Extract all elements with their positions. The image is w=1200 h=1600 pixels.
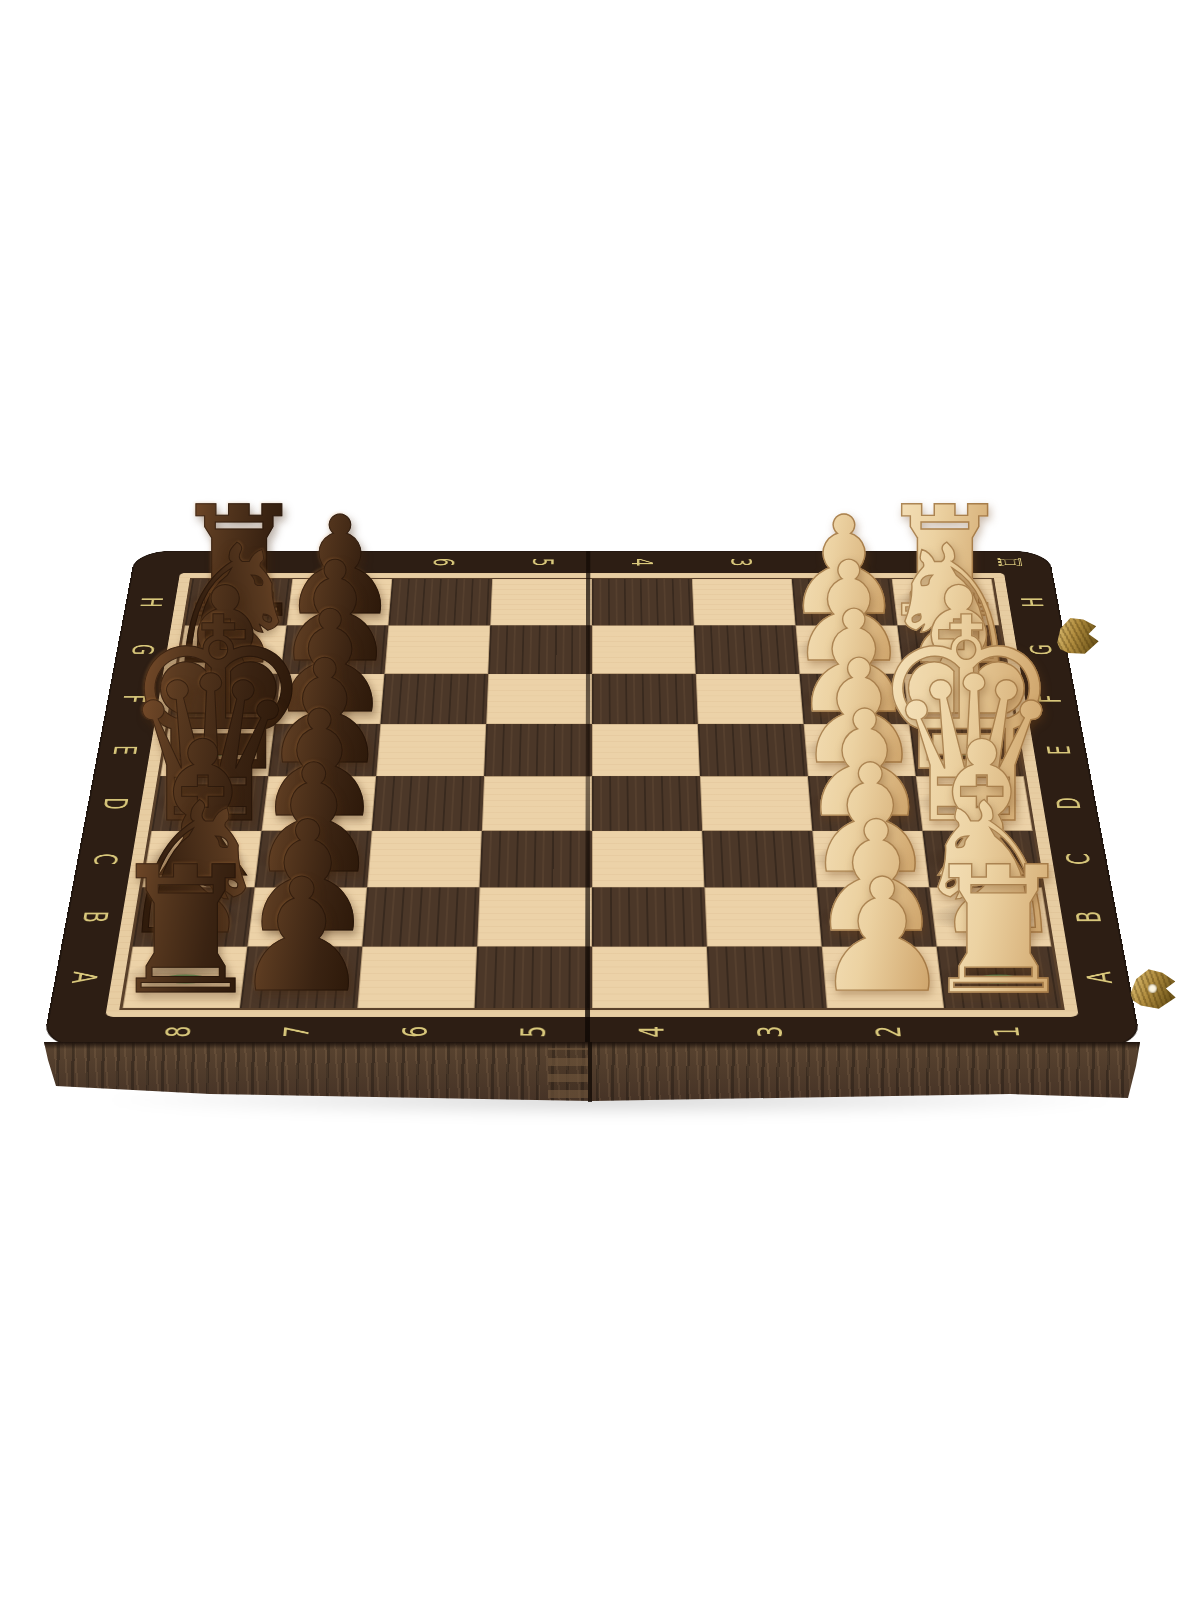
square-b6 [362,887,479,946]
square-e4 [592,724,700,776]
square-g2 [796,625,904,673]
square-f1 [903,674,1015,724]
coord-label-left-c: C [89,853,123,864]
coord-label-near-4: 4 [634,1026,668,1038]
square-g7 [281,625,389,673]
coord-label-right-c: C [1061,853,1095,864]
square-b5 [477,887,592,946]
coord-label-near-3: 3 [752,1026,787,1038]
square-f3 [696,674,804,724]
coord-label-left-h: H [136,597,167,607]
coord-label-left-b: B [78,911,113,923]
square-a8 [122,947,247,1009]
coord-label-right-g: G [1025,644,1056,655]
coord-label-left-d: D [99,797,132,809]
square-c4 [592,831,704,888]
square-g3 [694,625,800,673]
square-e2 [804,724,916,776]
square-c8 [142,831,261,888]
coord-label-left-e: E [109,745,141,754]
square-d4 [592,776,702,830]
square-a4 [592,947,709,1009]
square-f4 [592,674,698,724]
brand-rook-logo-icon: ♖ [994,556,1028,569]
square-d6 [372,776,484,830]
square-f5 [486,674,592,724]
coord-label-near-6: 6 [397,1026,432,1038]
fold-seam [585,551,590,1048]
square-g5 [488,625,592,673]
square-e5 [484,724,592,776]
square-c2 [812,831,929,888]
square-c3 [702,831,817,888]
square-d3 [700,776,812,830]
coord-label-far-4: 4 [627,558,656,566]
finger-joints [548,1048,588,1098]
coord-label-far-8: 8 [230,558,260,566]
square-e7 [268,724,380,776]
square-c1 [922,831,1041,888]
square-h6 [388,579,492,626]
square-h3 [692,579,796,626]
square-h4 [592,579,694,626]
coord-label-near-5: 5 [516,1026,550,1038]
square-g4 [592,625,696,673]
square-h7 [287,579,393,626]
coord-label-far-1: 1 [925,558,955,566]
square-d5 [482,776,592,830]
square-b2 [817,887,937,946]
square-b1 [929,887,1051,946]
square-a1 [937,947,1062,1009]
square-h1 [892,579,999,626]
coord-label-right-b: B [1071,911,1106,923]
box-side-seam [588,1042,592,1102]
square-b8 [133,887,255,946]
coord-label-near-7: 7 [279,1026,314,1038]
square-b4 [592,887,707,946]
coord-label-far-3: 3 [726,558,755,566]
board-surface: ♖ 8765432187654321HGFEDCBAHGFEDCBA [42,551,1142,1048]
coord-label-far-2: 2 [825,558,854,566]
square-f2 [800,674,910,724]
chess-set-photo: ♖ 8765432187654321HGFEDCBAHGFEDCBA ♜♟♟♜♞… [0,0,1200,1600]
square-a7 [240,947,362,1009]
coord-label-right-d: D [1052,797,1085,809]
coord-label-right-f: F [1034,695,1065,703]
square-e1 [909,724,1023,776]
chess-board: ♖ 8765432187654321HGFEDCBAHGFEDCBA [0,0,1200,1600]
square-g6 [384,625,490,673]
coord-label-left-g: G [127,644,158,655]
square-d2 [808,776,923,830]
square-e8 [160,724,274,776]
square-c5 [480,831,592,888]
square-d7 [262,776,377,830]
coord-label-far-6: 6 [429,558,458,566]
square-e6 [376,724,486,776]
square-d1 [916,776,1033,830]
coord-label-near-8: 8 [160,1026,195,1038]
coord-label-right-h: H [1017,597,1048,607]
coord-label-left-a: A [67,971,102,983]
square-a3 [707,947,827,1009]
square-c7 [255,831,372,888]
square-f6 [380,674,488,724]
square-g8 [177,625,287,673]
coord-label-near-2: 2 [870,1026,905,1038]
square-a5 [475,947,592,1009]
square-b7 [247,887,367,946]
square-h8 [185,579,292,626]
square-a6 [357,947,477,1009]
squares-grid [119,578,1064,1010]
square-b3 [704,887,821,946]
coord-label-far-5: 5 [528,558,557,566]
square-a2 [822,947,944,1009]
square-f7 [275,674,385,724]
square-g1 [897,625,1007,673]
coord-label-right-a: A [1082,971,1117,983]
coord-label-right-e: E [1043,745,1075,754]
square-h5 [490,579,592,626]
square-c6 [367,831,482,888]
square-f8 [169,674,281,724]
coord-label-left-f: F [118,695,149,703]
coord-label-far-7: 7 [329,558,358,566]
square-e3 [698,724,808,776]
square-h2 [792,579,898,626]
square-d8 [151,776,268,830]
coord-label-near-1: 1 [988,1026,1023,1038]
